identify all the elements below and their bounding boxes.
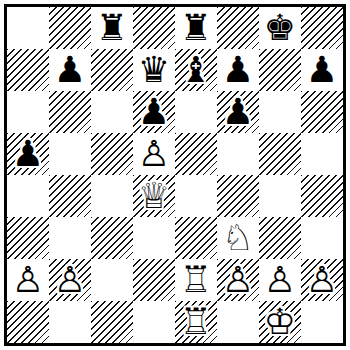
square-a4[interactable] bbox=[7, 175, 49, 217]
square-h1[interactable] bbox=[301, 301, 343, 343]
black-pawn-icon: ♟ bbox=[306, 49, 338, 91]
white-pawn-a2[interactable]: ♟♙ bbox=[7, 259, 49, 301]
square-f1[interactable] bbox=[217, 301, 259, 343]
white-knight-icon: ♘ bbox=[222, 217, 254, 259]
square-g1[interactable]: ♚♔ bbox=[259, 301, 301, 343]
square-e2[interactable]: ♜♖ bbox=[175, 259, 217, 301]
square-b7[interactable]: ♟♟ bbox=[49, 49, 91, 91]
black-king-g8[interactable]: ♚♚ bbox=[259, 7, 301, 49]
square-e7[interactable]: ♝♝ bbox=[175, 49, 217, 91]
white-pawn-icon: ♙ bbox=[264, 259, 296, 301]
chess-board: ♜♜♜♜♚♚♟♟♛♛♝♝♟♟♟♟♟♟♟♟♟♟♟♙♛♕♞♘♟♙♟♙♜♖♟♙♟♙♟♙… bbox=[7, 7, 343, 343]
black-pawn-h7[interactable]: ♟♟ bbox=[301, 49, 343, 91]
square-e8[interactable]: ♜♜ bbox=[175, 7, 217, 49]
square-h7[interactable]: ♟♟ bbox=[301, 49, 343, 91]
square-d2[interactable] bbox=[133, 259, 175, 301]
black-pawn-f7[interactable]: ♟♟ bbox=[217, 49, 259, 91]
square-d4[interactable]: ♛♕ bbox=[133, 175, 175, 217]
square-b4[interactable] bbox=[49, 175, 91, 217]
square-d1[interactable] bbox=[133, 301, 175, 343]
square-g4[interactable] bbox=[259, 175, 301, 217]
square-d6[interactable]: ♟♟ bbox=[133, 91, 175, 133]
white-pawn-g2[interactable]: ♟♙ bbox=[259, 259, 301, 301]
square-a3[interactable] bbox=[7, 217, 49, 259]
black-king-icon: ♚ bbox=[264, 7, 296, 49]
square-f8[interactable] bbox=[217, 7, 259, 49]
square-g6[interactable] bbox=[259, 91, 301, 133]
white-pawn-icon: ♙ bbox=[222, 259, 254, 301]
black-pawn-icon: ♟ bbox=[54, 49, 86, 91]
square-e5[interactable] bbox=[175, 133, 217, 175]
square-a6[interactable] bbox=[7, 91, 49, 133]
square-h4[interactable] bbox=[301, 175, 343, 217]
square-f3[interactable]: ♞♘ bbox=[217, 217, 259, 259]
white-king-icon: ♔ bbox=[264, 301, 296, 343]
black-pawn-icon: ♟ bbox=[12, 133, 44, 175]
square-c6[interactable] bbox=[91, 91, 133, 133]
square-h8[interactable] bbox=[301, 7, 343, 49]
square-d8[interactable] bbox=[133, 7, 175, 49]
square-f6[interactable]: ♟♟ bbox=[217, 91, 259, 133]
white-queen-icon: ♕ bbox=[138, 175, 170, 217]
chess-diagram-frame: ♜♜♜♜♚♚♟♟♛♛♝♝♟♟♟♟♟♟♟♟♟♟♟♙♛♕♞♘♟♙♟♙♜♖♟♙♟♙♟♙… bbox=[4, 4, 346, 346]
black-pawn-b7[interactable]: ♟♟ bbox=[49, 49, 91, 91]
square-d5[interactable]: ♟♙ bbox=[133, 133, 175, 175]
square-d3[interactable] bbox=[133, 217, 175, 259]
square-c7[interactable] bbox=[91, 49, 133, 91]
black-queen-d7[interactable]: ♛♛ bbox=[133, 49, 175, 91]
black-bishop-icon: ♝ bbox=[180, 49, 212, 91]
white-pawn-icon: ♙ bbox=[54, 259, 86, 301]
black-pawn-f6[interactable]: ♟♟ bbox=[217, 91, 259, 133]
white-pawn-icon: ♙ bbox=[12, 259, 44, 301]
square-h6[interactable] bbox=[301, 91, 343, 133]
square-b1[interactable] bbox=[49, 301, 91, 343]
square-b2[interactable]: ♟♙ bbox=[49, 259, 91, 301]
square-c2[interactable] bbox=[91, 259, 133, 301]
square-a2[interactable]: ♟♙ bbox=[7, 259, 49, 301]
square-d7[interactable]: ♛♛ bbox=[133, 49, 175, 91]
white-pawn-b2[interactable]: ♟♙ bbox=[49, 259, 91, 301]
white-pawn-f2[interactable]: ♟♙ bbox=[217, 259, 259, 301]
black-pawn-icon: ♟ bbox=[138, 91, 170, 133]
square-c4[interactable] bbox=[91, 175, 133, 217]
square-b3[interactable] bbox=[49, 217, 91, 259]
square-b8[interactable] bbox=[49, 7, 91, 49]
black-pawn-icon: ♟ bbox=[222, 91, 254, 133]
square-c8[interactable]: ♜♜ bbox=[91, 7, 133, 49]
black-queen-icon: ♛ bbox=[138, 49, 170, 91]
square-e3[interactable] bbox=[175, 217, 217, 259]
square-h3[interactable] bbox=[301, 217, 343, 259]
white-rook-e2[interactable]: ♜♖ bbox=[175, 259, 217, 301]
square-g3[interactable] bbox=[259, 217, 301, 259]
square-f4[interactable] bbox=[217, 175, 259, 217]
black-pawn-icon: ♟ bbox=[222, 49, 254, 91]
white-pawn-h2[interactable]: ♟♙ bbox=[301, 259, 343, 301]
white-pawn-icon: ♙ bbox=[306, 259, 338, 301]
square-e4[interactable] bbox=[175, 175, 217, 217]
white-queen-d4[interactable]: ♛♕ bbox=[133, 175, 175, 217]
square-f2[interactable]: ♟♙ bbox=[217, 259, 259, 301]
black-rook-icon: ♜ bbox=[180, 7, 212, 49]
square-f7[interactable]: ♟♟ bbox=[217, 49, 259, 91]
square-g7[interactable] bbox=[259, 49, 301, 91]
square-a1[interactable] bbox=[7, 301, 49, 343]
square-e6[interactable] bbox=[175, 91, 217, 133]
black-pawn-d6[interactable]: ♟♟ bbox=[133, 91, 175, 133]
black-rook-c8[interactable]: ♜♜ bbox=[91, 7, 133, 49]
square-c3[interactable] bbox=[91, 217, 133, 259]
black-rook-icon: ♜ bbox=[96, 7, 128, 49]
white-pawn-d5[interactable]: ♟♙ bbox=[133, 133, 175, 175]
square-g2[interactable]: ♟♙ bbox=[259, 259, 301, 301]
square-f5[interactable] bbox=[217, 133, 259, 175]
square-c1[interactable] bbox=[91, 301, 133, 343]
white-rook-icon: ♖ bbox=[180, 259, 212, 301]
white-king-g1[interactable]: ♚♔ bbox=[259, 301, 301, 343]
square-h2[interactable]: ♟♙ bbox=[301, 259, 343, 301]
black-bishop-e7[interactable]: ♝♝ bbox=[175, 49, 217, 91]
square-a8[interactable] bbox=[7, 7, 49, 49]
square-a7[interactable] bbox=[7, 49, 49, 91]
square-e1[interactable]: ♜♖ bbox=[175, 301, 217, 343]
square-g8[interactable]: ♚♚ bbox=[259, 7, 301, 49]
white-rook-icon: ♖ bbox=[180, 301, 212, 343]
black-pawn-a5[interactable]: ♟♟ bbox=[7, 133, 49, 175]
square-b5[interactable] bbox=[49, 133, 91, 175]
square-g5[interactable] bbox=[259, 133, 301, 175]
square-b6[interactable] bbox=[49, 91, 91, 133]
square-c5[interactable] bbox=[91, 133, 133, 175]
white-pawn-icon: ♙ bbox=[138, 133, 170, 175]
white-knight-f3[interactable]: ♞♘ bbox=[217, 217, 259, 259]
white-rook-e1[interactable]: ♜♖ bbox=[175, 301, 217, 343]
square-h5[interactable] bbox=[301, 133, 343, 175]
black-rook-e8[interactable]: ♜♜ bbox=[175, 7, 217, 49]
square-a5[interactable]: ♟♟ bbox=[7, 133, 49, 175]
